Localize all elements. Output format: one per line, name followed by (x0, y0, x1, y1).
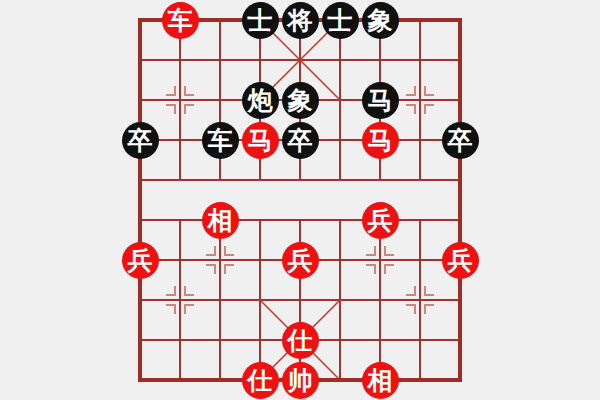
black-soldier[interactable]: 卒 (282, 122, 319, 159)
black-elephant[interactable]: 象 (362, 2, 399, 39)
black-advisor[interactable]: 士 (322, 2, 359, 39)
piece-layer: 车士将士象炮象马卒车马卒马卒相兵兵兵兵仕仕帅相 (120, 0, 480, 400)
red-soldier[interactable]: 兵 (362, 202, 399, 239)
red-elephant[interactable]: 相 (362, 362, 399, 399)
black-advisor[interactable]: 士 (242, 2, 279, 39)
red-horse[interactable]: 马 (362, 122, 399, 159)
black-horse[interactable]: 马 (362, 82, 399, 119)
xiangqi-board: 车士将士象炮象马卒车马卒马卒相兵兵兵兵仕仕帅相 (120, 0, 480, 400)
red-soldier[interactable]: 兵 (442, 242, 479, 279)
red-elephant[interactable]: 相 (202, 202, 239, 239)
black-general[interactable]: 将 (282, 2, 319, 39)
red-general[interactable]: 帅 (282, 362, 319, 399)
red-chariot[interactable]: 车 (162, 2, 199, 39)
red-soldier[interactable]: 兵 (122, 242, 159, 279)
red-advisor[interactable]: 仕 (242, 362, 279, 399)
black-soldier[interactable]: 卒 (122, 122, 159, 159)
black-soldier[interactable]: 卒 (442, 122, 479, 159)
red-soldier[interactable]: 兵 (282, 242, 319, 279)
black-cannon[interactable]: 炮 (242, 82, 279, 119)
red-advisor[interactable]: 仕 (282, 322, 319, 359)
black-elephant[interactable]: 象 (282, 82, 319, 119)
red-horse[interactable]: 马 (242, 122, 279, 159)
screen: 车士将士象炮象马卒车马卒马卒相兵兵兵兵仕仕帅相 (0, 0, 600, 400)
black-chariot[interactable]: 车 (202, 122, 239, 159)
